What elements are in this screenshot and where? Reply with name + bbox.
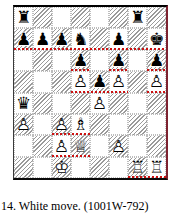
- white-pawn: ♟♙: [147, 71, 166, 92]
- piece-glyph: ♟: [111, 29, 126, 49]
- piece-glyph: ♙: [16, 114, 31, 134]
- white-bishop: ♝♗: [71, 114, 90, 135]
- square-g8: ♜: [128, 7, 147, 28]
- square-c6: [52, 50, 71, 71]
- piece-glyph: ♟: [149, 50, 164, 70]
- square-e7: [90, 28, 109, 49]
- white-pawn: ♟♙: [90, 93, 109, 114]
- square-a6: [14, 50, 33, 71]
- square-c2: ♟♙: [52, 135, 71, 156]
- square-f7: ♟: [109, 28, 128, 49]
- piece-glyph: ♖: [149, 157, 164, 177]
- square-f8: [109, 7, 128, 28]
- square-e3: [90, 114, 109, 135]
- black-pawn: ♟: [33, 29, 52, 50]
- square-d7: ♞: [71, 28, 90, 49]
- piece-glyph: ♙: [54, 136, 69, 156]
- square-a5: [14, 71, 33, 92]
- piece-glyph: ♙: [111, 136, 126, 156]
- square-a2: [14, 135, 33, 156]
- spellcheck-squiggle: [14, 48, 166, 50]
- square-b2: [33, 135, 52, 156]
- square-g6: [128, 50, 147, 71]
- spellcheck-squiggle: [147, 69, 166, 71]
- spellcheck-squiggle: [147, 91, 166, 93]
- spellcheck-squiggle: [52, 133, 90, 135]
- chess-board: ♜♜♟♟♟♞♟♚♟♟♟♟♙♟♟♙♟♙♛♟♙♟♙♟♙♝♗♟♙♛♕♟♙♚♔♜♖♜♖: [13, 5, 168, 180]
- square-e4: ♟♙: [90, 93, 109, 114]
- black-pawn: ♟: [109, 50, 128, 71]
- white-pawn: ♟♙: [52, 114, 71, 135]
- square-e5: ♟: [90, 71, 109, 92]
- square-d6: ♟: [71, 50, 90, 71]
- piece-glyph: ♕: [73, 136, 88, 156]
- square-b6: [33, 50, 52, 71]
- spellcheck-squiggle: [71, 69, 90, 71]
- piece-glyph: ♗: [73, 114, 88, 134]
- square-c7: ♟: [52, 28, 71, 49]
- black-pawn: ♟: [71, 50, 90, 71]
- spellcheck-squiggle: [52, 155, 90, 157]
- piece-glyph: ♜: [130, 7, 145, 27]
- diagram-caption: 14. White move. (1001W-792): [1, 199, 148, 214]
- square-c1: ♚♔: [52, 157, 71, 178]
- black-pawn: ♟: [52, 29, 71, 50]
- piece-glyph: ♙: [54, 114, 69, 134]
- black-pawn: ♟: [14, 29, 33, 50]
- square-h4: [147, 93, 166, 114]
- square-b8: [33, 7, 52, 28]
- square-f3: [109, 114, 128, 135]
- square-a7: ♟: [14, 28, 33, 49]
- white-pawn: ♟♙: [71, 71, 90, 92]
- square-h2: [147, 135, 166, 156]
- square-g2: [128, 135, 147, 156]
- square-e2: [90, 135, 109, 156]
- black-pawn: ♟: [90, 71, 109, 92]
- white-queen: ♛♕: [71, 136, 90, 157]
- piece-glyph: ♟: [73, 50, 88, 70]
- black-rook: ♜: [14, 7, 33, 28]
- square-f5: ♟♙: [109, 71, 128, 92]
- square-h8: [147, 7, 166, 28]
- square-h5: ♟♙: [147, 71, 166, 92]
- square-g1: ♜♖: [128, 157, 147, 178]
- square-d8: [71, 7, 90, 28]
- spellcheck-squiggle: [128, 176, 166, 178]
- square-e8: [90, 7, 109, 28]
- piece-glyph: ♙: [73, 71, 88, 91]
- black-queen: ♛: [14, 93, 33, 114]
- square-b4: [33, 93, 52, 114]
- square-g7: [128, 28, 147, 49]
- black-king: ♚: [147, 29, 166, 50]
- piece-glyph: ♜: [16, 7, 31, 27]
- square-a4: ♛: [14, 93, 33, 114]
- square-b3: [33, 114, 52, 135]
- square-d1: [71, 157, 90, 178]
- spellcheck-squiggle: [109, 69, 128, 71]
- white-rook: ♜♖: [128, 157, 147, 178]
- spellcheck-squiggle: [71, 91, 128, 93]
- piece-glyph: ♟: [92, 71, 107, 91]
- square-h6: ♟: [147, 50, 166, 71]
- square-f2: ♟♙: [109, 135, 128, 156]
- piece-glyph: ♙: [149, 71, 164, 91]
- square-f1: [109, 157, 128, 178]
- square-a8: ♜: [14, 7, 33, 28]
- piece-glyph: ♖: [130, 157, 145, 177]
- square-b5: [33, 71, 52, 92]
- white-pawn: ♟♙: [52, 136, 71, 157]
- square-g3: [128, 114, 147, 135]
- square-f4: [109, 93, 128, 114]
- chess-diagram-page: ♜♜♟♟♟♞♟♚♟♟♟♟♙♟♟♙♟♙♛♟♙♟♙♟♙♝♗♟♙♛♕♟♙♚♔♜♖♜♖ …: [0, 0, 172, 218]
- black-rook: ♜: [128, 7, 147, 28]
- piece-glyph: ♟: [54, 29, 69, 49]
- piece-glyph: ♔: [54, 157, 69, 177]
- piece-glyph: ♟: [16, 29, 31, 49]
- square-c4: [52, 93, 71, 114]
- black-knight: ♞: [71, 29, 90, 50]
- square-d3: ♝♗: [71, 114, 90, 135]
- square-e1: [90, 157, 109, 178]
- square-d5: ♟♙: [71, 71, 90, 92]
- white-king: ♚♔: [52, 157, 71, 178]
- square-e6: [90, 50, 109, 71]
- square-d4: [71, 93, 90, 114]
- black-pawn: ♟: [147, 50, 166, 71]
- square-h1: ♜♖: [147, 157, 166, 178]
- piece-glyph: ♟: [35, 29, 50, 49]
- square-d2: ♛♕: [71, 135, 90, 156]
- square-c3: ♟♙: [52, 114, 71, 135]
- square-b7: ♟: [33, 28, 52, 49]
- piece-glyph: ♟: [111, 50, 126, 70]
- piece-glyph: ♚: [149, 29, 164, 49]
- square-g4: [128, 93, 147, 114]
- piece-glyph: ♙: [92, 93, 107, 113]
- square-a3: ♟♙: [14, 114, 33, 135]
- piece-glyph: ♛: [16, 93, 31, 113]
- white-pawn: ♟♙: [109, 136, 128, 157]
- square-b1: [33, 157, 52, 178]
- square-c5: [52, 71, 71, 92]
- square-a1: [14, 157, 33, 178]
- black-pawn: ♟: [109, 29, 128, 50]
- piece-glyph: ♙: [111, 71, 126, 91]
- square-f6: ♟: [109, 50, 128, 71]
- white-rook: ♜♖: [147, 157, 166, 178]
- piece-glyph: ♞: [73, 29, 88, 49]
- square-c8: [52, 7, 71, 28]
- white-pawn: ♟♙: [109, 71, 128, 92]
- white-pawn: ♟♙: [14, 114, 33, 135]
- square-g5: [128, 71, 147, 92]
- square-h3: [147, 114, 166, 135]
- square-h7: ♚: [147, 28, 166, 49]
